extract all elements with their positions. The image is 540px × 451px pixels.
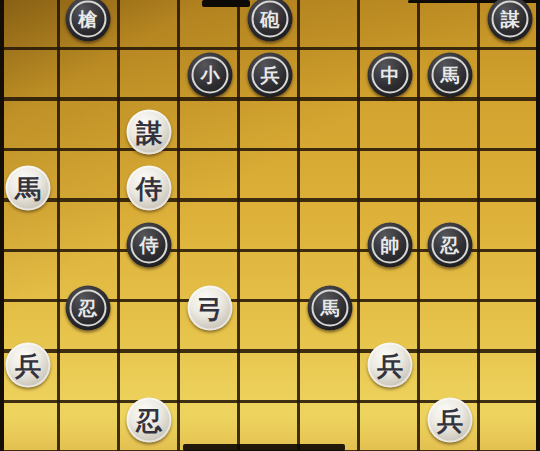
board-left-edge (0, 0, 4, 451)
piece-ring: 槍 (70, 1, 107, 38)
piece-glyph: 兵 (15, 352, 41, 378)
piece-black-marshal[interactable]: 帥 (368, 223, 413, 268)
piece-black-minor-general[interactable]: 小 (188, 53, 233, 98)
piece-glyph: 弓 (197, 295, 223, 321)
piece-ring: 砲 (252, 1, 289, 38)
piece-glyph: 馬 (15, 175, 41, 201)
piece-ring: 馬 (312, 290, 349, 327)
cropped-overlay-fragment-bottom (183, 444, 345, 451)
piece-ring: 忍 (432, 227, 469, 264)
piece-glyph: 謀 (501, 10, 520, 29)
piece-black-cavalry[interactable]: 馬 (428, 53, 473, 98)
piece-ring: 兵 (252, 57, 289, 94)
piece-glyph: 兵 (437, 407, 463, 433)
piece-glyph: 兵 (377, 352, 403, 378)
cropped-overlay-fragment-top (202, 0, 250, 7)
piece-ring: 中 (372, 57, 409, 94)
piece-glyph: 謀 (136, 119, 162, 145)
piece-glyph: 槍 (79, 10, 98, 29)
piece-glyph: 忍 (79, 299, 98, 318)
piece-ring: 帥 (372, 227, 409, 264)
piece-white-cavalry[interactable]: 馬 (6, 166, 51, 211)
piece-ring: 小 (192, 57, 229, 94)
piece-white-pawn[interactable]: 兵 (6, 343, 51, 388)
piece-white-bow[interactable]: 弓 (188, 286, 233, 331)
piece-glyph: 砲 (261, 10, 280, 29)
piece-black-shinobi[interactable]: 忍 (428, 223, 473, 268)
piece-glyph: 中 (381, 66, 400, 85)
piece-glyph: 忍 (441, 236, 460, 255)
piece-ring: 謀 (492, 1, 529, 38)
piece-black-shinobi[interactable]: 忍 (66, 286, 111, 331)
piece-black-cavalry[interactable]: 馬 (308, 286, 353, 331)
piece-glyph: 小 (201, 66, 220, 85)
piece-black-pawn[interactable]: 兵 (248, 53, 293, 98)
piece-white-samurai[interactable]: 侍 (127, 166, 172, 211)
piece-white-shinobi[interactable]: 忍 (127, 398, 172, 443)
piece-glyph: 帥 (381, 236, 400, 255)
piece-white-counsel[interactable]: 謀 (127, 110, 172, 155)
piece-ring: 馬 (432, 57, 469, 94)
piece-ring: 侍 (131, 227, 168, 264)
piece-black-samurai[interactable]: 侍 (127, 223, 172, 268)
piece-glyph: 侍 (136, 175, 162, 201)
board-right-edge (536, 0, 540, 451)
piece-black-lieutenant-general[interactable]: 中 (368, 53, 413, 98)
piece-white-pawn[interactable]: 兵 (368, 343, 413, 388)
piece-white-pawn[interactable]: 兵 (428, 398, 473, 443)
piece-glyph: 侍 (140, 236, 159, 255)
piece-glyph: 忍 (136, 407, 162, 433)
piece-glyph: 馬 (441, 66, 460, 85)
piece-glyph: 兵 (261, 66, 280, 85)
gungi-game-screenshot: 槍砲謀小兵中馬謀馬侍侍帥忍忍弓馬兵兵忍兵 (0, 0, 540, 451)
piece-ring: 忍 (70, 290, 107, 327)
piece-glyph: 馬 (321, 299, 340, 318)
